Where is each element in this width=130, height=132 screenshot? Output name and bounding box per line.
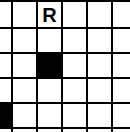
cell-r1c3[interactable]: [61, 27, 86, 52]
cell-r3c5[interactable]: [111, 77, 130, 102]
cell-r1c5[interactable]: [111, 27, 130, 52]
cell-r0c4[interactable]: [86, 0, 111, 27]
cell-r1c1[interactable]: [11, 27, 36, 52]
cell-r5c4[interactable]: [86, 127, 111, 132]
cell-r2c0[interactable]: [0, 52, 11, 77]
cell-r1c2[interactable]: [36, 27, 61, 52]
cell-letter: R: [42, 5, 56, 25]
crossword-grid: R: [0, 0, 130, 132]
cell-r4c3[interactable]: [61, 102, 86, 127]
black-cell-r2c2: [36, 52, 61, 77]
cell-r2c5[interactable]: [111, 52, 130, 77]
cell-r0c5[interactable]: [111, 0, 130, 27]
cell-r0c2[interactable]: R: [36, 0, 61, 27]
cell-r3c3[interactable]: [61, 77, 86, 102]
cell-r4c2[interactable]: [36, 102, 61, 127]
cell-r4c4[interactable]: [86, 102, 111, 127]
cell-r2c3[interactable]: [61, 52, 86, 77]
cell-r5c0[interactable]: [0, 127, 11, 132]
cell-r0c0[interactable]: [0, 0, 11, 27]
cell-r5c2[interactable]: [36, 127, 61, 132]
cell-r3c0[interactable]: [0, 77, 11, 102]
cell-r0c3[interactable]: [61, 0, 86, 27]
cell-r2c1[interactable]: [11, 52, 36, 77]
crossword-frame: R: [0, 0, 130, 132]
cell-r3c4[interactable]: [86, 77, 111, 102]
cell-r5c5[interactable]: [111, 127, 130, 132]
cell-r2c4[interactable]: [86, 52, 111, 77]
cell-r3c2[interactable]: [36, 77, 61, 102]
cell-r0c1[interactable]: [11, 0, 36, 27]
cell-r1c0[interactable]: [0, 27, 11, 52]
cell-r1c4[interactable]: [86, 27, 111, 52]
cell-r4c5[interactable]: [111, 102, 130, 127]
cell-r5c3[interactable]: [61, 127, 86, 132]
cell-r4c1[interactable]: [11, 102, 36, 127]
cell-r5c1[interactable]: [11, 127, 36, 132]
black-cell-r4c0: [0, 102, 11, 127]
cell-r3c1[interactable]: [11, 77, 36, 102]
